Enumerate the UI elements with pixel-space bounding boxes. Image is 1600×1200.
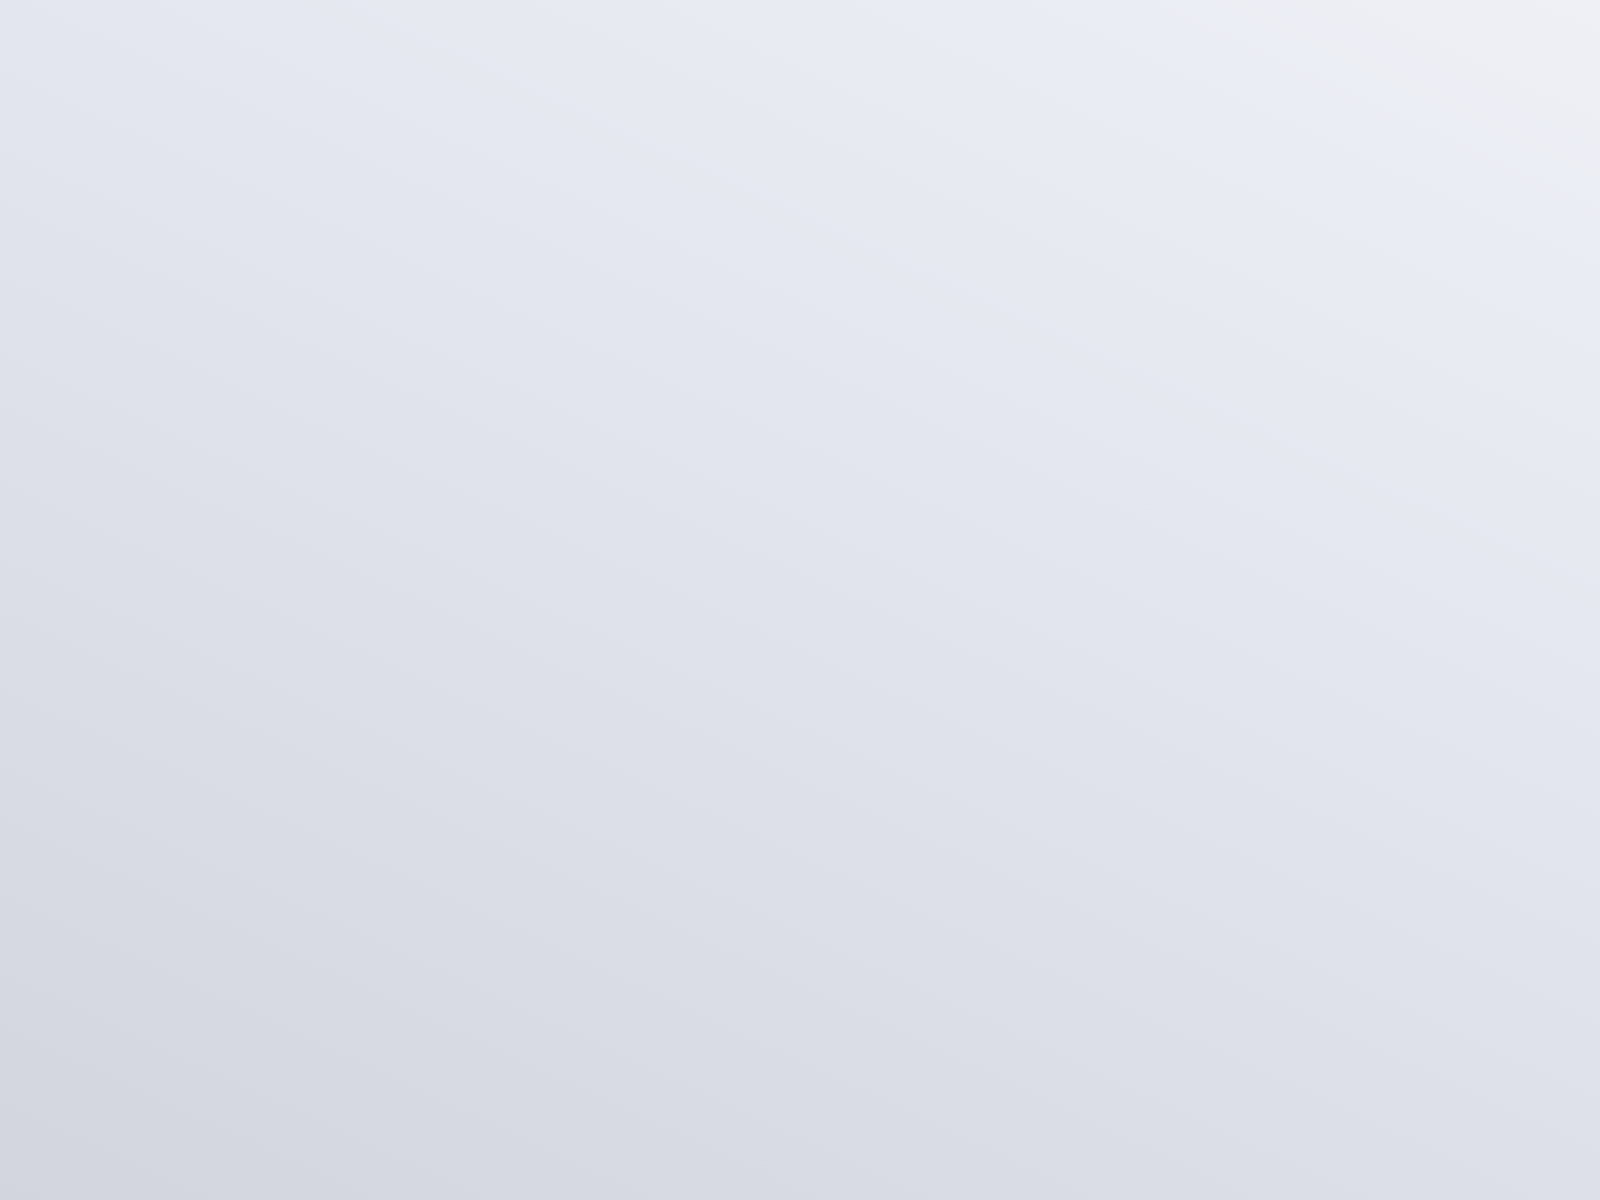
chessboard-photo-scene: [0, 0, 1600, 1200]
chess-board: [0, 0, 1600, 1200]
